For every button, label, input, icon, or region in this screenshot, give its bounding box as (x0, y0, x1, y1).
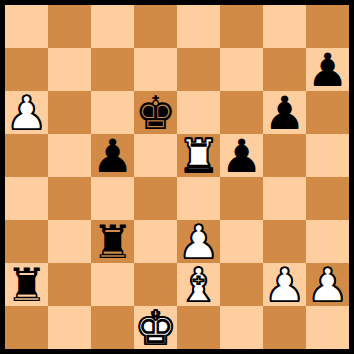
square-d8[interactable] (134, 5, 177, 48)
square-e2[interactable]: ♝ (177, 263, 220, 306)
square-h2[interactable]: ♟ (306, 263, 349, 306)
square-e3[interactable]: ♟ (177, 220, 220, 263)
square-d6[interactable]: ♚ (134, 91, 177, 134)
square-b1[interactable] (48, 306, 91, 349)
square-h4[interactable] (306, 177, 349, 220)
square-a4[interactable] (5, 177, 48, 220)
white-pawn[interactable]: ♟ (307, 264, 348, 307)
square-h8[interactable] (306, 5, 349, 48)
black-rook[interactable]: ♜ (92, 221, 133, 264)
square-d2[interactable] (134, 263, 177, 306)
square-e4[interactable] (177, 177, 220, 220)
square-c8[interactable] (91, 5, 134, 48)
square-h6[interactable] (306, 91, 349, 134)
chess-board: ♟♟♚♟♟♜♟♜♟♜♝♟♟♚ (0, 0, 354, 354)
square-c6[interactable] (91, 91, 134, 134)
square-f1[interactable] (220, 306, 263, 349)
square-a6[interactable]: ♟ (5, 91, 48, 134)
square-c4[interactable] (91, 177, 134, 220)
square-g4[interactable] (263, 177, 306, 220)
square-b8[interactable] (48, 5, 91, 48)
white-pawn[interactable]: ♟ (6, 92, 47, 135)
white-rook[interactable]: ♜ (178, 135, 219, 178)
square-e1[interactable] (177, 306, 220, 349)
square-c2[interactable] (91, 263, 134, 306)
square-e5[interactable]: ♜ (177, 134, 220, 177)
square-a7[interactable] (5, 48, 48, 91)
square-b4[interactable] (48, 177, 91, 220)
square-g6[interactable]: ♟ (263, 91, 306, 134)
square-b3[interactable] (48, 220, 91, 263)
square-f8[interactable] (220, 5, 263, 48)
square-f5[interactable]: ♟ (220, 134, 263, 177)
square-f3[interactable] (220, 220, 263, 263)
square-b5[interactable] (48, 134, 91, 177)
white-bishop[interactable]: ♝ (178, 264, 219, 307)
square-h5[interactable] (306, 134, 349, 177)
square-c7[interactable] (91, 48, 134, 91)
white-king[interactable]: ♚ (135, 307, 176, 350)
square-h3[interactable] (306, 220, 349, 263)
square-c1[interactable] (91, 306, 134, 349)
black-king[interactable]: ♚ (135, 92, 176, 135)
square-a8[interactable] (5, 5, 48, 48)
white-pawn[interactable]: ♟ (264, 264, 305, 307)
square-f7[interactable] (220, 48, 263, 91)
square-d4[interactable] (134, 177, 177, 220)
square-h1[interactable] (306, 306, 349, 349)
square-c5[interactable]: ♟ (91, 134, 134, 177)
square-g8[interactable] (263, 5, 306, 48)
square-g2[interactable]: ♟ (263, 263, 306, 306)
square-b2[interactable] (48, 263, 91, 306)
black-pawn[interactable]: ♟ (92, 135, 133, 178)
square-a5[interactable] (5, 134, 48, 177)
square-b6[interactable] (48, 91, 91, 134)
black-rook[interactable]: ♜ (6, 264, 47, 307)
square-b7[interactable] (48, 48, 91, 91)
square-a2[interactable]: ♜ (5, 263, 48, 306)
square-f4[interactable] (220, 177, 263, 220)
square-a3[interactable] (5, 220, 48, 263)
square-g3[interactable] (263, 220, 306, 263)
square-f2[interactable] (220, 263, 263, 306)
black-pawn[interactable]: ♟ (264, 92, 305, 135)
square-a1[interactable] (5, 306, 48, 349)
square-d1[interactable]: ♚ (134, 306, 177, 349)
square-d5[interactable] (134, 134, 177, 177)
square-h7[interactable]: ♟ (306, 48, 349, 91)
square-g5[interactable] (263, 134, 306, 177)
square-d3[interactable] (134, 220, 177, 263)
black-pawn[interactable]: ♟ (221, 135, 262, 178)
square-e6[interactable] (177, 91, 220, 134)
square-g1[interactable] (263, 306, 306, 349)
square-e8[interactable] (177, 5, 220, 48)
square-g7[interactable] (263, 48, 306, 91)
square-d7[interactable] (134, 48, 177, 91)
black-pawn[interactable]: ♟ (307, 49, 348, 92)
square-f6[interactable] (220, 91, 263, 134)
square-e7[interactable] (177, 48, 220, 91)
square-c3[interactable]: ♜ (91, 220, 134, 263)
